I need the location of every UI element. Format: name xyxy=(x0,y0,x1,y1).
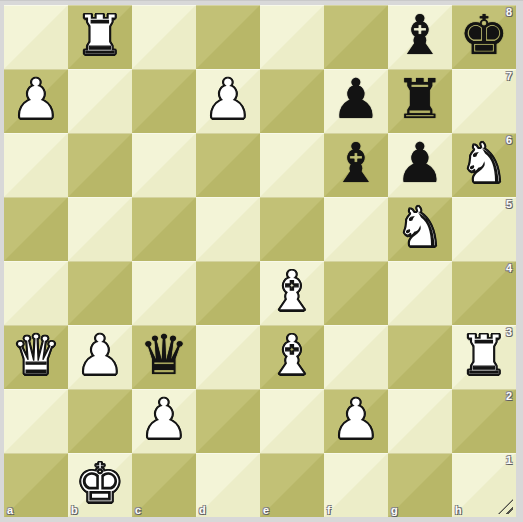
square-e7[interactable] xyxy=(260,69,324,133)
square-a4[interactable] xyxy=(4,261,68,325)
square-f1[interactable]: f xyxy=(324,453,388,517)
white-knight-h6[interactable]: ♞ xyxy=(459,133,508,195)
black-pawn-f7[interactable]: ♟ xyxy=(331,69,380,131)
white-queen-a3[interactable]: ♛ xyxy=(11,325,60,387)
square-c4[interactable] xyxy=(132,261,196,325)
square-d7[interactable]: ♟ xyxy=(196,69,260,133)
square-d5[interactable] xyxy=(196,197,260,261)
file-label-a: a xyxy=(7,504,13,516)
black-queen-c3[interactable]: ♛ xyxy=(139,325,188,387)
square-g6[interactable]: ♟ xyxy=(388,133,452,197)
square-f4[interactable] xyxy=(324,261,388,325)
square-g2[interactable] xyxy=(388,389,452,453)
square-b3[interactable]: ♟ xyxy=(68,325,132,389)
square-h2[interactable]: 2 xyxy=(452,389,516,453)
square-a3[interactable]: ♛ xyxy=(4,325,68,389)
rank-label-7: 7 xyxy=(506,70,512,82)
square-a8[interactable] xyxy=(4,5,68,69)
rank-label-4: 4 xyxy=(506,262,512,274)
square-b8[interactable]: ♜ xyxy=(68,5,132,69)
square-g8[interactable]: ♝ xyxy=(388,5,452,69)
square-g5[interactable]: ♞ xyxy=(388,197,452,261)
square-a6[interactable] xyxy=(4,133,68,197)
square-d2[interactable] xyxy=(196,389,260,453)
file-label-e: e xyxy=(263,504,269,516)
square-f3[interactable] xyxy=(324,325,388,389)
black-king-h8[interactable]: ♚ xyxy=(459,5,508,67)
square-d8[interactable] xyxy=(196,5,260,69)
white-king-b1[interactable]: ♚ xyxy=(75,453,124,515)
black-bishop-g8[interactable]: ♝ xyxy=(395,5,444,67)
square-e4[interactable]: ♝ xyxy=(260,261,324,325)
square-c7[interactable] xyxy=(132,69,196,133)
rank-label-1: 1 xyxy=(506,454,512,466)
square-d6[interactable] xyxy=(196,133,260,197)
square-e2[interactable] xyxy=(260,389,324,453)
white-pawn-f2[interactable]: ♟ xyxy=(331,389,380,451)
square-a1[interactable]: a xyxy=(4,453,68,517)
square-f6[interactable]: ♝ xyxy=(324,133,388,197)
rank-label-5: 5 xyxy=(506,198,512,210)
square-c5[interactable] xyxy=(132,197,196,261)
chess-board: ♜♝♚8♟♟♟♜7♝♟♞6♞5♝4♛♟♛♝♜3♟♟2a♚bcdefg1h xyxy=(4,5,516,517)
square-f7[interactable]: ♟ xyxy=(324,69,388,133)
square-e5[interactable] xyxy=(260,197,324,261)
square-f8[interactable] xyxy=(324,5,388,69)
square-b5[interactable] xyxy=(68,197,132,261)
square-f5[interactable] xyxy=(324,197,388,261)
square-g7[interactable]: ♜ xyxy=(388,69,452,133)
square-b6[interactable] xyxy=(68,133,132,197)
square-c1[interactable]: c xyxy=(132,453,196,517)
square-e1[interactable]: e xyxy=(260,453,324,517)
white-pawn-d7[interactable]: ♟ xyxy=(203,69,252,131)
black-pawn-g6[interactable]: ♟ xyxy=(395,133,444,195)
square-h3[interactable]: ♜3 xyxy=(452,325,516,389)
square-e8[interactable] xyxy=(260,5,324,69)
square-b1[interactable]: ♚b xyxy=(68,453,132,517)
rank-label-2: 2 xyxy=(506,390,512,402)
square-h6[interactable]: ♞6 xyxy=(452,133,516,197)
square-h5[interactable]: 5 xyxy=(452,197,516,261)
white-bishop-e4[interactable]: ♝ xyxy=(267,261,316,323)
square-b2[interactable] xyxy=(68,389,132,453)
white-rook-b8[interactable]: ♜ xyxy=(75,5,124,67)
square-f2[interactable]: ♟ xyxy=(324,389,388,453)
file-label-f: f xyxy=(327,504,331,516)
white-rook-h3[interactable]: ♜ xyxy=(459,325,508,387)
board-frame: ♜♝♚8♟♟♟♜7♝♟♞6♞5♝4♛♟♛♝♜3♟♟2a♚bcdefg1h xyxy=(0,0,523,522)
square-d4[interactable] xyxy=(196,261,260,325)
white-knight-g5[interactable]: ♞ xyxy=(395,197,444,259)
square-g1[interactable]: g xyxy=(388,453,452,517)
square-c3[interactable]: ♛ xyxy=(132,325,196,389)
square-c6[interactable] xyxy=(132,133,196,197)
black-bishop-f6[interactable]: ♝ xyxy=(331,133,380,195)
square-a7[interactable]: ♟ xyxy=(4,69,68,133)
square-c8[interactable] xyxy=(132,5,196,69)
square-h7[interactable]: 7 xyxy=(452,69,516,133)
file-label-d: d xyxy=(199,504,206,516)
square-g3[interactable] xyxy=(388,325,452,389)
square-a2[interactable] xyxy=(4,389,68,453)
black-rook-g7[interactable]: ♜ xyxy=(395,69,444,131)
square-c2[interactable]: ♟ xyxy=(132,389,196,453)
white-bishop-e3[interactable]: ♝ xyxy=(267,325,316,387)
square-e6[interactable] xyxy=(260,133,324,197)
square-b4[interactable] xyxy=(68,261,132,325)
square-e3[interactable]: ♝ xyxy=(260,325,324,389)
white-pawn-a7[interactable]: ♟ xyxy=(11,69,60,131)
file-label-h: h xyxy=(455,504,462,516)
white-pawn-c2[interactable]: ♟ xyxy=(139,389,188,451)
square-d1[interactable]: d xyxy=(196,453,260,517)
file-label-c: c xyxy=(135,504,141,516)
white-pawn-b3[interactable]: ♟ xyxy=(75,325,124,387)
square-a5[interactable] xyxy=(4,197,68,261)
square-b7[interactable] xyxy=(68,69,132,133)
square-h4[interactable]: 4 xyxy=(452,261,516,325)
square-h8[interactable]: ♚8 xyxy=(452,5,516,69)
square-d3[interactable] xyxy=(196,325,260,389)
file-label-g: g xyxy=(391,504,398,516)
square-g4[interactable] xyxy=(388,261,452,325)
